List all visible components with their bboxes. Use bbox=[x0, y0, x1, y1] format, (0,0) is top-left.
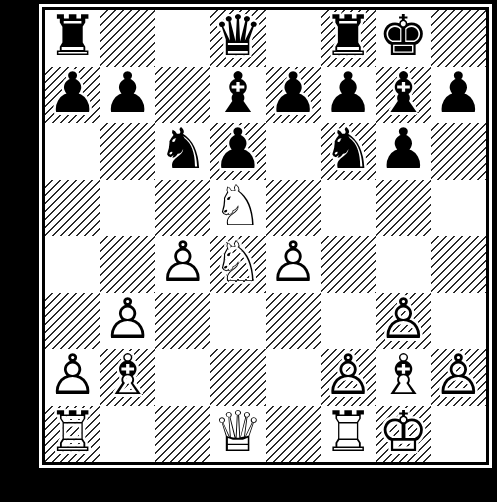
square-f5 bbox=[321, 180, 376, 237]
chess-diagram: ♜♛♜♚♟♟♝♟♟♝♟♞♟♞♟♘♙♘♙♙♙♙♗♙♗♙♖♕♖♔ bbox=[0, 0, 497, 502]
square-a7: ♟ bbox=[45, 67, 100, 124]
square-f6: ♞ bbox=[321, 123, 376, 180]
white-king-g1: ♔ bbox=[378, 406, 428, 460]
square-c1 bbox=[155, 406, 210, 463]
square-h8 bbox=[431, 10, 486, 67]
black-knight-f6: ♞ bbox=[323, 123, 373, 177]
square-a6 bbox=[45, 123, 100, 180]
white-bishop-g2: ♗ bbox=[378, 349, 428, 403]
square-c2 bbox=[155, 349, 210, 406]
black-king-g8: ♚ bbox=[378, 10, 428, 64]
black-pawn-d6: ♟ bbox=[213, 123, 263, 177]
square-b4 bbox=[100, 236, 155, 293]
square-f2: ♙ bbox=[321, 349, 376, 406]
white-pawn-h2: ♙ bbox=[433, 349, 483, 403]
white-rook-f1: ♖ bbox=[323, 406, 373, 460]
white-pawn-b3: ♙ bbox=[103, 293, 153, 347]
square-a2: ♙ bbox=[45, 349, 100, 406]
square-c5 bbox=[155, 180, 210, 237]
square-c7 bbox=[155, 67, 210, 124]
black-pawn-f7: ♟ bbox=[323, 67, 373, 121]
square-c8 bbox=[155, 10, 210, 67]
square-e2 bbox=[266, 349, 321, 406]
square-f1: ♖ bbox=[321, 406, 376, 463]
square-e8 bbox=[266, 10, 321, 67]
square-f8: ♜ bbox=[321, 10, 376, 67]
square-f3 bbox=[321, 293, 376, 350]
white-pawn-g3: ♙ bbox=[378, 293, 428, 347]
white-rook-a1: ♖ bbox=[47, 406, 97, 460]
square-d8: ♛ bbox=[210, 10, 265, 67]
square-h3 bbox=[431, 293, 486, 350]
square-g2: ♗ bbox=[376, 349, 431, 406]
black-queen-d8: ♛ bbox=[213, 10, 263, 64]
square-d6: ♟ bbox=[210, 123, 265, 180]
square-e4: ♙ bbox=[266, 236, 321, 293]
black-pawn-e7: ♟ bbox=[268, 67, 318, 121]
square-f7: ♟ bbox=[321, 67, 376, 124]
square-h1 bbox=[431, 406, 486, 463]
square-d5: ♘ bbox=[210, 180, 265, 237]
square-g1: ♔ bbox=[376, 406, 431, 463]
white-bishop-b2: ♗ bbox=[103, 349, 153, 403]
square-d3 bbox=[210, 293, 265, 350]
square-h6 bbox=[431, 123, 486, 180]
white-knight-d5: ♘ bbox=[213, 180, 263, 234]
square-h4 bbox=[431, 236, 486, 293]
square-g6: ♟ bbox=[376, 123, 431, 180]
white-pawn-f2: ♙ bbox=[323, 349, 373, 403]
square-d2 bbox=[210, 349, 265, 406]
square-a3 bbox=[45, 293, 100, 350]
black-pawn-a7: ♟ bbox=[47, 67, 97, 121]
black-pawn-b7: ♟ bbox=[103, 67, 153, 121]
square-d7: ♝ bbox=[210, 67, 265, 124]
white-queen-d1: ♕ bbox=[213, 406, 263, 460]
square-b6 bbox=[100, 123, 155, 180]
square-f4 bbox=[321, 236, 376, 293]
square-e3 bbox=[266, 293, 321, 350]
square-e5 bbox=[266, 180, 321, 237]
square-h5 bbox=[431, 180, 486, 237]
square-a8: ♜ bbox=[45, 10, 100, 67]
black-rook-f8: ♜ bbox=[323, 10, 373, 64]
black-bishop-g7: ♝ bbox=[378, 67, 428, 121]
square-b1 bbox=[100, 406, 155, 463]
diagram-paper: ♜♛♜♚♟♟♝♟♟♝♟♞♟♞♟♘♙♘♙♙♙♙♗♙♗♙♖♕♖♔ bbox=[39, 4, 492, 468]
square-b2: ♗ bbox=[100, 349, 155, 406]
square-h7: ♟ bbox=[431, 67, 486, 124]
square-b3: ♙ bbox=[100, 293, 155, 350]
white-knight-d4: ♘ bbox=[213, 236, 263, 290]
board-border: ♜♛♜♚♟♟♝♟♟♝♟♞♟♞♟♘♙♘♙♙♙♙♗♙♗♙♖♕♖♔ bbox=[42, 7, 489, 465]
black-bishop-d7: ♝ bbox=[213, 67, 263, 121]
white-pawn-c4: ♙ bbox=[158, 236, 208, 290]
chess-board-grid: ♜♛♜♚♟♟♝♟♟♝♟♞♟♞♟♘♙♘♙♙♙♙♗♙♗♙♖♕♖♔ bbox=[45, 10, 486, 462]
square-a5 bbox=[45, 180, 100, 237]
square-b5 bbox=[100, 180, 155, 237]
black-rook-a8: ♜ bbox=[47, 10, 97, 64]
black-pawn-h7: ♟ bbox=[433, 67, 483, 121]
square-a4 bbox=[45, 236, 100, 293]
square-e6 bbox=[266, 123, 321, 180]
square-b8 bbox=[100, 10, 155, 67]
square-g3: ♙ bbox=[376, 293, 431, 350]
black-pawn-g6: ♟ bbox=[378, 123, 428, 177]
square-g5 bbox=[376, 180, 431, 237]
square-c6: ♞ bbox=[155, 123, 210, 180]
square-e7: ♟ bbox=[266, 67, 321, 124]
square-e1 bbox=[266, 406, 321, 463]
square-c4: ♙ bbox=[155, 236, 210, 293]
black-knight-c6: ♞ bbox=[158, 123, 208, 177]
square-d4: ♘ bbox=[210, 236, 265, 293]
square-b7: ♟ bbox=[100, 67, 155, 124]
square-h2: ♙ bbox=[431, 349, 486, 406]
square-d1: ♕ bbox=[210, 406, 265, 463]
white-pawn-e4: ♙ bbox=[268, 236, 318, 290]
white-pawn-a2: ♙ bbox=[47, 349, 97, 403]
square-g7: ♝ bbox=[376, 67, 431, 124]
square-g4 bbox=[376, 236, 431, 293]
square-g8: ♚ bbox=[376, 10, 431, 67]
square-c3 bbox=[155, 293, 210, 350]
square-a1: ♖ bbox=[45, 406, 100, 463]
